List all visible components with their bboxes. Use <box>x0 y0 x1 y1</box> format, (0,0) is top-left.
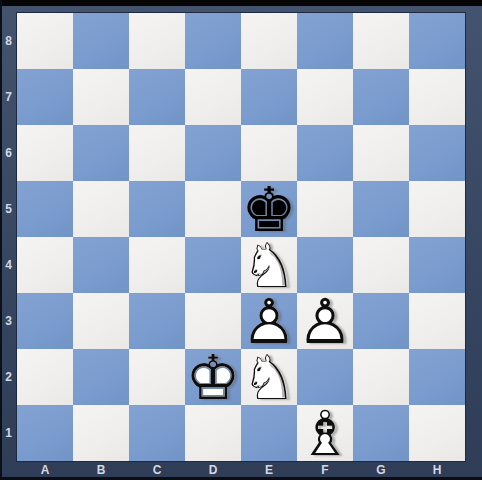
file-label-b: B <box>73 461 129 479</box>
square-b2[interactable] <box>73 349 129 405</box>
square-g7[interactable] <box>353 69 409 125</box>
square-g5[interactable] <box>353 181 409 237</box>
square-b3[interactable] <box>73 293 129 349</box>
square-a1[interactable] <box>17 405 73 461</box>
square-g1[interactable] <box>353 405 409 461</box>
square-b1[interactable] <box>73 405 129 461</box>
square-f5[interactable] <box>297 181 353 237</box>
chess-board-frame: 8 7 6 5 4 3 2 1 A B C D E F G H ♚ ♞ ♘ ♟ … <box>0 0 482 480</box>
rank-label-1: 1 <box>0 405 17 461</box>
square-a7[interactable] <box>17 69 73 125</box>
rank-labels: 8 7 6 5 4 3 2 1 <box>0 13 17 461</box>
square-a4[interactable] <box>17 237 73 293</box>
square-f6[interactable] <box>297 125 353 181</box>
white-knight-outline-icon: ♘ <box>241 349 297 405</box>
square-a6[interactable] <box>17 125 73 181</box>
piece-white-pawn-f3[interactable]: ♟ ♙ <box>297 293 353 349</box>
square-g4[interactable] <box>353 237 409 293</box>
file-label-g: G <box>353 461 409 479</box>
rank-label-7: 7 <box>0 69 17 125</box>
square-g8[interactable] <box>353 13 409 69</box>
file-label-d: D <box>185 461 241 479</box>
square-b8[interactable] <box>73 13 129 69</box>
piece-white-bishop-f1[interactable]: ♝ ♗ <box>297 405 353 461</box>
piece-white-knight-e2[interactable]: ♞ ♘ <box>241 349 297 405</box>
square-d5[interactable] <box>185 181 241 237</box>
square-c5[interactable] <box>129 181 185 237</box>
rank-label-3: 3 <box>0 293 17 349</box>
square-c6[interactable] <box>129 125 185 181</box>
white-bishop-outline-icon: ♗ <box>297 405 353 461</box>
piece-white-king-d2[interactable]: ♚ ♔ <box>185 349 241 405</box>
square-g3[interactable] <box>353 293 409 349</box>
square-g6[interactable] <box>353 125 409 181</box>
file-labels: A B C D E F G H <box>17 461 465 479</box>
square-g2[interactable] <box>353 349 409 405</box>
file-label-a: A <box>17 461 73 479</box>
square-d8[interactable] <box>185 13 241 69</box>
square-b6[interactable] <box>73 125 129 181</box>
file-label-h: H <box>409 461 465 479</box>
square-e8[interactable] <box>241 13 297 69</box>
white-king-outline-icon: ♔ <box>185 349 241 405</box>
square-h2[interactable] <box>409 349 465 405</box>
square-h4[interactable] <box>409 237 465 293</box>
square-c4[interactable] <box>129 237 185 293</box>
square-h1[interactable] <box>409 405 465 461</box>
square-c2[interactable] <box>129 349 185 405</box>
square-e7[interactable] <box>241 69 297 125</box>
top-edge-strip <box>0 0 482 6</box>
square-d6[interactable] <box>185 125 241 181</box>
square-d7[interactable] <box>185 69 241 125</box>
file-label-c: C <box>129 461 185 479</box>
square-f7[interactable] <box>297 69 353 125</box>
square-b5[interactable] <box>73 181 129 237</box>
square-a2[interactable] <box>17 349 73 405</box>
square-d4[interactable] <box>185 237 241 293</box>
square-h6[interactable] <box>409 125 465 181</box>
square-h8[interactable] <box>409 13 465 69</box>
white-pawn-outline-icon: ♙ <box>297 293 353 349</box>
square-f8[interactable] <box>297 13 353 69</box>
square-h7[interactable] <box>409 69 465 125</box>
square-b7[interactable] <box>73 69 129 125</box>
square-a5[interactable] <box>17 181 73 237</box>
rank-label-5: 5 <box>0 181 17 237</box>
square-c8[interactable] <box>129 13 185 69</box>
square-h3[interactable] <box>409 293 465 349</box>
file-label-e: E <box>241 461 297 479</box>
square-a3[interactable] <box>17 293 73 349</box>
square-b4[interactable] <box>73 237 129 293</box>
rank-label-2: 2 <box>0 349 17 405</box>
square-h5[interactable] <box>409 181 465 237</box>
rank-label-6: 6 <box>0 125 17 181</box>
rank-label-4: 4 <box>0 237 17 293</box>
square-a8[interactable] <box>17 13 73 69</box>
square-c7[interactable] <box>129 69 185 125</box>
square-c3[interactable] <box>129 293 185 349</box>
rank-label-8: 8 <box>0 13 17 69</box>
square-c1[interactable] <box>129 405 185 461</box>
